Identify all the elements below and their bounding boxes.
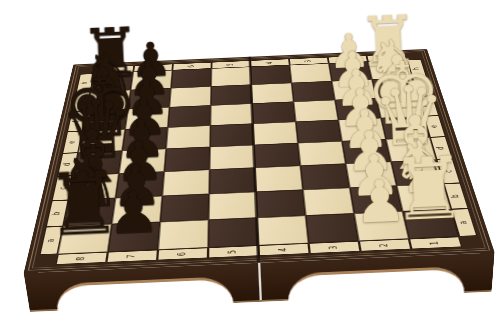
square-b7 <box>112 196 163 224</box>
square-d6 <box>164 147 210 172</box>
file-label-left-a-label: a <box>46 238 57 242</box>
rank-label-near-6-label: 6 <box>178 252 189 256</box>
square-b4 <box>256 190 306 218</box>
square-h5 <box>211 67 251 87</box>
square-g7 <box>128 88 171 109</box>
rank-label-near-7-label: 7 <box>127 254 138 258</box>
rank-label-near-8-label: 8 <box>76 256 87 260</box>
file-label-right-f: f <box>418 96 439 117</box>
rank-label-near-7: 7 <box>106 250 158 263</box>
square-b5 <box>209 192 257 220</box>
square-c1 <box>391 160 443 186</box>
rank-label-far-7-label: 7 <box>149 67 157 70</box>
rank-label-near-3: 3 <box>309 241 361 254</box>
square-a1 <box>403 209 460 239</box>
rank-label-far-5-label: 5 <box>227 63 235 66</box>
rank-label-far-4-label: 4 <box>266 62 274 65</box>
square-d3 <box>298 141 346 166</box>
square-f4 <box>252 102 296 124</box>
square-f7 <box>125 107 169 129</box>
square-c3 <box>300 164 349 190</box>
file-label-left-b: b <box>46 200 69 227</box>
square-b3 <box>303 188 354 216</box>
square-b8 <box>63 198 115 226</box>
file-label-right-c: c <box>436 159 460 184</box>
rank-label-far-8-label: 8 <box>110 68 118 71</box>
square-e2 <box>338 118 386 141</box>
square-f8 <box>83 109 128 131</box>
rank-label-near-6: 6 <box>157 248 208 261</box>
brass-clasp <box>444 105 447 121</box>
square-b6 <box>160 194 209 222</box>
file-label-left-b-label: b <box>52 211 62 215</box>
rank-label-near-5-label: 5 <box>228 250 238 254</box>
file-label-right-d: d <box>430 137 453 160</box>
square-f1 <box>376 96 423 118</box>
square-e3 <box>296 120 342 143</box>
square-b2 <box>350 186 403 214</box>
square-g4 <box>251 83 293 104</box>
rank-label-near-2: 2 <box>359 239 412 252</box>
file-label-right-c-label: c <box>443 170 453 173</box>
square-d2 <box>342 139 391 163</box>
square-e7 <box>122 127 168 150</box>
square-g8 <box>87 90 131 111</box>
product-photo: 8877665544332211hhggffeeddccbbaa♜♟♟♜♞♟♟♞… <box>0 0 500 333</box>
square-g3 <box>292 81 335 102</box>
file-label-right-d-label: d <box>436 146 446 149</box>
square-a5 <box>208 218 258 248</box>
square-e5 <box>210 124 254 147</box>
square-c7 <box>115 172 164 198</box>
file-label-right-f-label: f <box>424 105 433 107</box>
square-h2 <box>329 62 372 81</box>
square-c6 <box>162 170 209 196</box>
brass-clasp <box>479 212 482 231</box>
square-a7 <box>108 222 160 252</box>
rank-label-near-4: 4 <box>258 243 309 256</box>
file-label-left-g-label: g <box>77 100 86 103</box>
square-d1 <box>386 137 437 161</box>
rank-label-far-1-label: 1 <box>382 56 391 59</box>
rank-label-near-1: 1 <box>409 237 462 250</box>
square-d7 <box>119 149 166 174</box>
square-f3 <box>294 100 339 122</box>
file-label-right-e-label: e <box>430 125 440 128</box>
file-label-left-d-label: d <box>63 163 73 166</box>
square-g2 <box>332 79 377 100</box>
base-arch <box>54 276 234 311</box>
rank-label-near-3-label: 3 <box>329 245 340 249</box>
front-fold-gap <box>258 263 262 301</box>
square-h1 <box>368 60 412 79</box>
rank-label-near-2-label: 2 <box>379 243 390 247</box>
square-f2 <box>335 98 381 120</box>
base-arch <box>287 266 465 301</box>
rank-label-far-2-label: 2 <box>344 58 352 61</box>
square-g6 <box>169 86 211 107</box>
square-a3 <box>306 213 359 243</box>
file-label-left-h-label: h <box>81 81 90 84</box>
rank-label-far-3-label: 3 <box>305 60 313 63</box>
square-c8 <box>69 174 119 200</box>
square-a8 <box>58 224 112 254</box>
square-e6 <box>166 126 210 149</box>
file-label-left-e-label: e <box>68 141 77 144</box>
file-label-right-b-label: b <box>451 194 462 198</box>
file-label-right-a-label: a <box>458 220 469 224</box>
square-h7 <box>131 70 173 90</box>
square-h3 <box>290 63 332 83</box>
file-label-right-g-label: g <box>418 85 427 88</box>
rank-label-near-8: 8 <box>55 252 107 265</box>
square-a4 <box>257 216 308 246</box>
square-d5 <box>210 145 255 170</box>
file-label-left-c-label: c <box>58 186 68 189</box>
square-f5 <box>210 104 253 126</box>
square-g5 <box>211 85 252 106</box>
square-d4 <box>254 143 300 168</box>
square-e8 <box>78 129 125 152</box>
square-h6 <box>171 68 212 88</box>
square-a2 <box>354 211 409 241</box>
square-f6 <box>168 105 211 127</box>
file-label-right-h-label: h <box>412 67 421 70</box>
chess-board: 8877665544332211hhggffeeddccbbaa♜♟♟♜♞♟♟♞… <box>24 49 495 273</box>
square-d8 <box>74 151 123 176</box>
square-a6 <box>158 220 209 250</box>
file-label-left-e: e <box>62 131 82 153</box>
square-h8 <box>91 72 134 92</box>
square-g1 <box>372 78 418 99</box>
rank-label-near-4-label: 4 <box>279 247 290 251</box>
rank-label-near-1-label: 1 <box>430 241 441 245</box>
square-c5 <box>209 168 256 194</box>
square-h4 <box>251 65 292 85</box>
square-c2 <box>346 162 397 188</box>
square-e1 <box>381 116 430 139</box>
square-c4 <box>255 166 303 192</box>
file-label-left-f-label: f <box>73 120 82 122</box>
rank-label-far-6-label: 6 <box>188 65 196 68</box>
rank-label-near-5: 5 <box>208 245 259 258</box>
square-b1 <box>397 184 451 212</box>
square-e4 <box>253 122 298 145</box>
file-label-left-d: d <box>57 153 78 177</box>
